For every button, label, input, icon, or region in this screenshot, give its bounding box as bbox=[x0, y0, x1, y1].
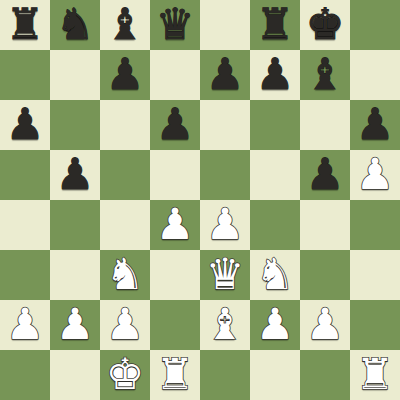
square-f7[interactable]: ♟ bbox=[250, 50, 300, 100]
piece-white-bishop[interactable]: ♝ bbox=[206, 299, 245, 349]
square-f6[interactable] bbox=[250, 100, 300, 150]
piece-black-king[interactable]: ♚ bbox=[306, 0, 345, 49]
square-h2[interactable] bbox=[350, 300, 400, 350]
square-g5[interactable]: ♟ bbox=[300, 150, 350, 200]
piece-black-rook[interactable]: ♜ bbox=[6, 0, 45, 49]
square-e1[interactable] bbox=[200, 350, 250, 400]
square-g4[interactable] bbox=[300, 200, 350, 250]
square-g1[interactable] bbox=[300, 350, 350, 400]
square-b6[interactable] bbox=[50, 100, 100, 150]
square-g3[interactable] bbox=[300, 250, 350, 300]
square-h4[interactable] bbox=[350, 200, 400, 250]
square-g2[interactable]: ♟ bbox=[300, 300, 350, 350]
piece-white-pawn[interactable]: ♟ bbox=[106, 299, 145, 349]
piece-black-pawn[interactable]: ♟ bbox=[56, 149, 95, 199]
piece-black-pawn[interactable]: ♟ bbox=[256, 49, 295, 99]
square-c5[interactable] bbox=[100, 150, 150, 200]
square-d6[interactable]: ♟ bbox=[150, 100, 200, 150]
square-c6[interactable] bbox=[100, 100, 150, 150]
square-e7[interactable]: ♟ bbox=[200, 50, 250, 100]
piece-black-pawn[interactable]: ♟ bbox=[6, 99, 45, 149]
square-b3[interactable] bbox=[50, 250, 100, 300]
piece-white-pawn[interactable]: ♟ bbox=[256, 299, 295, 349]
piece-white-king[interactable]: ♚ bbox=[106, 349, 145, 399]
square-h7[interactable] bbox=[350, 50, 400, 100]
square-e6[interactable] bbox=[200, 100, 250, 150]
square-e4[interactable]: ♟ bbox=[200, 200, 250, 250]
square-e8[interactable] bbox=[200, 0, 250, 50]
square-f3[interactable]: ♞ bbox=[250, 250, 300, 300]
square-b1[interactable] bbox=[50, 350, 100, 400]
piece-white-knight[interactable]: ♞ bbox=[106, 249, 145, 299]
piece-black-pawn[interactable]: ♟ bbox=[306, 149, 345, 199]
piece-black-bishop[interactable]: ♝ bbox=[306, 49, 345, 99]
square-d5[interactable] bbox=[150, 150, 200, 200]
square-g6[interactable] bbox=[300, 100, 350, 150]
piece-black-bishop[interactable]: ♝ bbox=[106, 0, 145, 49]
square-a4[interactable] bbox=[0, 200, 50, 250]
square-d1[interactable]: ♜ bbox=[150, 350, 200, 400]
square-a3[interactable] bbox=[0, 250, 50, 300]
square-a5[interactable] bbox=[0, 150, 50, 200]
square-c3[interactable]: ♞ bbox=[100, 250, 150, 300]
piece-white-pawn[interactable]: ♟ bbox=[356, 149, 395, 199]
square-a8[interactable]: ♜ bbox=[0, 0, 50, 50]
square-a2[interactable]: ♟ bbox=[0, 300, 50, 350]
square-e2[interactable]: ♝ bbox=[200, 300, 250, 350]
square-b8[interactable]: ♞ bbox=[50, 0, 100, 50]
square-g7[interactable]: ♝ bbox=[300, 50, 350, 100]
piece-white-rook[interactable]: ♜ bbox=[156, 349, 195, 399]
square-g8[interactable]: ♚ bbox=[300, 0, 350, 50]
square-e3[interactable]: ♛ bbox=[200, 250, 250, 300]
square-d3[interactable] bbox=[150, 250, 200, 300]
piece-black-knight[interactable]: ♞ bbox=[56, 0, 95, 49]
square-h8[interactable] bbox=[350, 0, 400, 50]
square-d7[interactable] bbox=[150, 50, 200, 100]
square-a1[interactable] bbox=[0, 350, 50, 400]
square-f1[interactable] bbox=[250, 350, 300, 400]
square-f4[interactable] bbox=[250, 200, 300, 250]
square-d8[interactable]: ♛ bbox=[150, 0, 200, 50]
square-e5[interactable] bbox=[200, 150, 250, 200]
piece-white-pawn[interactable]: ♟ bbox=[156, 199, 195, 249]
piece-white-pawn[interactable]: ♟ bbox=[206, 199, 245, 249]
piece-black-pawn[interactable]: ♟ bbox=[206, 49, 245, 99]
square-d4[interactable]: ♟ bbox=[150, 200, 200, 250]
square-d2[interactable] bbox=[150, 300, 200, 350]
piece-white-queen[interactable]: ♛ bbox=[206, 249, 245, 299]
piece-white-pawn[interactable]: ♟ bbox=[306, 299, 345, 349]
piece-black-queen[interactable]: ♛ bbox=[156, 0, 195, 49]
square-b4[interactable] bbox=[50, 200, 100, 250]
piece-black-rook[interactable]: ♜ bbox=[256, 0, 295, 49]
piece-black-pawn[interactable]: ♟ bbox=[106, 49, 145, 99]
square-b7[interactable] bbox=[50, 50, 100, 100]
piece-white-pawn[interactable]: ♟ bbox=[56, 299, 95, 349]
square-h1[interactable]: ♜ bbox=[350, 350, 400, 400]
square-h6[interactable]: ♟ bbox=[350, 100, 400, 150]
piece-black-pawn[interactable]: ♟ bbox=[156, 99, 195, 149]
square-c2[interactable]: ♟ bbox=[100, 300, 150, 350]
square-b5[interactable]: ♟ bbox=[50, 150, 100, 200]
piece-white-pawn[interactable]: ♟ bbox=[6, 299, 45, 349]
square-h3[interactable] bbox=[350, 250, 400, 300]
piece-black-pawn[interactable]: ♟ bbox=[356, 99, 395, 149]
chess-board: ♜♞♝♛♜♚♟♟♟♝♟♟♟♟♟♟♟♟♞♛♞♟♟♟♝♟♟♚♜♜ bbox=[0, 0, 400, 400]
square-b2[interactable]: ♟ bbox=[50, 300, 100, 350]
square-a7[interactable] bbox=[0, 50, 50, 100]
square-c7[interactable]: ♟ bbox=[100, 50, 150, 100]
square-c4[interactable] bbox=[100, 200, 150, 250]
piece-white-knight[interactable]: ♞ bbox=[256, 249, 295, 299]
square-h5[interactable]: ♟ bbox=[350, 150, 400, 200]
square-f8[interactable]: ♜ bbox=[250, 0, 300, 50]
square-a6[interactable]: ♟ bbox=[0, 100, 50, 150]
square-c1[interactable]: ♚ bbox=[100, 350, 150, 400]
square-f2[interactable]: ♟ bbox=[250, 300, 300, 350]
piece-white-rook[interactable]: ♜ bbox=[356, 349, 395, 399]
square-f5[interactable] bbox=[250, 150, 300, 200]
square-c8[interactable]: ♝ bbox=[100, 0, 150, 50]
